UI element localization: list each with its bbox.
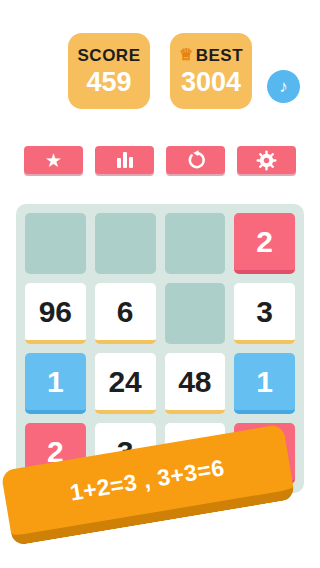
hint-text: 1+2=3 , 3+3=6 (68, 454, 226, 506)
bar-chart-icon (117, 152, 133, 168)
music-note-icon: ♪ (279, 78, 288, 95)
game-screen: SCORE 459 ♕ BEST 3004 ♪ ★ (0, 0, 320, 568)
toolbar: ★ (24, 146, 296, 174)
best-label-row: ♕ BEST (179, 47, 243, 64)
empty-cell (95, 213, 156, 274)
tile-96: 96 (25, 283, 86, 344)
empty-cell (165, 213, 226, 274)
empty-cell (25, 213, 86, 274)
settings-button[interactable] (237, 146, 296, 174)
tile-2: 2 (234, 213, 295, 274)
tile-3: 3 (234, 283, 295, 344)
undo-button[interactable] (166, 146, 225, 174)
tile-24: 24 (95, 353, 156, 414)
score-badge: SCORE 459 (68, 33, 150, 109)
star-icon: ★ (45, 151, 62, 170)
undo-icon (185, 149, 207, 171)
best-label: BEST (196, 47, 243, 64)
favorite-button[interactable]: ★ (24, 146, 83, 174)
best-badge: ♕ BEST 3004 (170, 33, 252, 109)
tile-1: 1 (234, 353, 295, 414)
tile-1: 1 (25, 353, 86, 414)
crown-icon: ♕ (179, 47, 194, 63)
stats-button[interactable] (95, 146, 154, 174)
tile-48: 48 (165, 353, 226, 414)
gear-icon (255, 149, 278, 172)
score-label: SCORE (78, 47, 141, 64)
empty-cell (165, 283, 226, 344)
score-value: 459 (86, 69, 131, 96)
tile-6: 6 (95, 283, 156, 344)
sound-button[interactable]: ♪ (267, 70, 300, 103)
best-value: 3004 (181, 69, 241, 96)
